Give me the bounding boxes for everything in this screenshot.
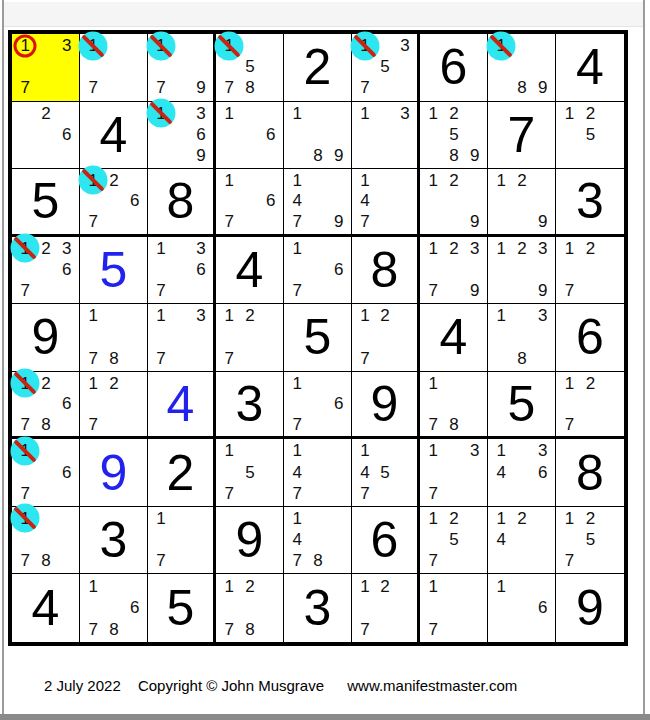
candidate-grid: 157 [219, 440, 281, 504]
cell-r6c1[interactable]: 12678 [12, 372, 80, 440]
candidate-grid: 17 [83, 35, 145, 99]
candidate-grid: 12589 [423, 103, 485, 167]
candidate-grid: 1478 [287, 508, 349, 572]
given-digit: 5 [508, 379, 536, 429]
cell-r5c3[interactable]: 137 [148, 304, 216, 372]
candidate-1-eliminated-highlight: 1 [355, 35, 375, 56]
cell-r4c3[interactable]: 1367 [148, 237, 216, 305]
candidate-7: 7 [423, 280, 444, 301]
candidate-7: 7 [287, 280, 308, 301]
candidate-1: 1 [423, 575, 444, 597]
candidate-2: 2 [580, 238, 601, 259]
candidate-2: 2 [512, 508, 533, 529]
given-digit: 5 [167, 583, 195, 633]
candidate-1: 1 [491, 575, 512, 597]
candidate-2: 2 [240, 305, 261, 326]
candidate-1: 1 [287, 508, 308, 529]
given-digit: 8 [371, 245, 399, 295]
cell-r8c1[interactable]: 178 [12, 507, 80, 575]
candidate-2: 2 [444, 508, 465, 529]
candidate-7: 7 [15, 414, 36, 435]
cell-r5c4[interactable]: 127 [216, 304, 284, 372]
given-digit: 6 [576, 312, 604, 362]
cell-r7c6[interactable]: 1457 [352, 439, 420, 507]
candidate-grid: 127 [559, 238, 622, 302]
candidate-2: 2 [104, 170, 125, 191]
candidate-grid: 17 [423, 575, 485, 640]
candidate-8: 8 [512, 77, 533, 98]
candidate-1: 1 [491, 305, 512, 326]
candidate-grid: 178 [423, 373, 485, 435]
candidate-5: 5 [375, 56, 395, 77]
candidate-6: 6 [328, 259, 349, 280]
candidate-4: 4 [491, 462, 512, 483]
candidate-grid: 124 [491, 508, 553, 572]
given-digit: 3 [304, 583, 332, 633]
candidate-7: 7 [15, 280, 36, 301]
candidate-1-eliminated-highlight: 1 [15, 238, 36, 259]
cell-r9c5[interactable]: 3 [284, 574, 352, 642]
cell-r4c4[interactable]: 4 [216, 237, 284, 305]
candidate-8: 8 [104, 348, 125, 369]
candidate-1-selected-ring: 1 [15, 35, 36, 56]
cell-r4c5[interactable]: 167 [284, 237, 352, 305]
candidate-7: 7 [83, 618, 104, 640]
candidate-9: 9 [532, 211, 553, 232]
cell-r1c7[interactable]: 6 [420, 34, 488, 102]
candidate-grid: 16 [219, 103, 281, 167]
cell-r3c7[interactable]: 129 [420, 169, 488, 237]
candidate-7: 7 [15, 77, 36, 98]
sudoku-grid: 1371717915782135761894264136916189131258… [8, 30, 628, 646]
candidate-7: 7 [559, 280, 580, 301]
candidate-1: 1 [219, 170, 240, 191]
given-digit: 5 [304, 312, 332, 362]
candidate-grid: 129 [491, 170, 553, 232]
cell-r2c9[interactable]: 125 [556, 102, 624, 170]
candidate-grid: 167 [287, 238, 349, 302]
candidate-grid: 137 [423, 440, 485, 504]
candidate-1: 1 [151, 305, 171, 326]
given-digit: 3 [236, 379, 264, 429]
cell-r2c6[interactable]: 13 [352, 102, 420, 170]
candidate-1: 1 [83, 575, 104, 597]
given-digit: 8 [167, 176, 195, 226]
cell-r1c6[interactable]: 1357 [352, 34, 420, 102]
candidate-1: 1 [355, 575, 375, 597]
candidate-9: 9 [464, 211, 485, 232]
candidate-3: 3 [56, 238, 77, 259]
cell-r5c9[interactable]: 6 [556, 304, 624, 372]
cell-r6c5[interactable]: 167 [284, 372, 352, 440]
candidate-6: 6 [191, 124, 211, 145]
cell-r8c5[interactable]: 1478 [284, 507, 352, 575]
candidate-1: 1 [423, 103, 444, 124]
given-digit: 9 [236, 515, 264, 565]
cell-r2c7[interactable]: 12589 [420, 102, 488, 170]
cell-r4c1[interactable]: 12367 [12, 237, 80, 305]
candidate-grid: 167 [15, 440, 77, 504]
cell-r8c9[interactable]: 1257 [556, 507, 624, 575]
cell-r9c2[interactable]: 1678 [80, 574, 148, 642]
candidate-2: 2 [512, 238, 533, 259]
cell-r5c6[interactable]: 127 [352, 304, 420, 372]
candidate-1-eliminated-highlight: 1 [15, 373, 36, 394]
candidate-3: 3 [56, 35, 77, 56]
candidate-4: 4 [355, 462, 375, 483]
candidate-6: 6 [328, 393, 349, 414]
candidate-7: 7 [219, 618, 240, 640]
candidate-7: 7 [83, 414, 104, 435]
footer-website-link[interactable]: www.manifestmaster.com [347, 677, 517, 694]
window-right-border [643, 0, 645, 714]
cell-r6c9[interactable]: 127 [556, 372, 624, 440]
candidate-1-eliminated-highlight: 1 [15, 508, 36, 529]
candidate-grid: 12367 [15, 238, 77, 302]
candidate-1-eliminated-highlight: 1 [151, 103, 171, 124]
cell-r4c6[interactable]: 8 [352, 237, 420, 305]
cell-r2c3[interactable]: 1369 [148, 102, 216, 170]
candidate-6: 6 [532, 462, 553, 483]
candidate-7: 7 [423, 618, 444, 640]
candidate-7: 7 [355, 618, 375, 640]
candidate-7: 7 [355, 348, 375, 369]
cell-r3c3[interactable]: 8 [148, 169, 216, 237]
candidate-1: 1 [219, 575, 240, 597]
cell-r7c4[interactable]: 157 [216, 439, 284, 507]
candidate-7: 7 [219, 348, 240, 369]
cell-r9c7[interactable]: 17 [420, 574, 488, 642]
candidate-1: 1 [287, 238, 308, 259]
candidate-grid: 1278 [219, 575, 281, 640]
footer: 2 July 2022 Copyright © John Musgrave ww… [44, 677, 517, 694]
cell-r8c8[interactable]: 124 [488, 507, 556, 575]
candidate-9: 9 [532, 280, 553, 301]
candidate-grid: 137 [151, 305, 211, 369]
candidate-1: 1 [423, 508, 444, 529]
candidate-grid: 1346 [491, 440, 553, 504]
candidate-7: 7 [355, 77, 375, 98]
candidate-grid: 167 [287, 373, 349, 435]
given-digit: 6 [371, 515, 399, 565]
given-digit: 9 [371, 379, 399, 429]
candidate-8: 8 [240, 77, 261, 98]
cell-r2c1[interactable]: 26 [12, 102, 80, 170]
candidate-1: 1 [355, 103, 375, 124]
cell-r6c4[interactable]: 3 [216, 372, 284, 440]
candidate-2: 2 [580, 103, 601, 124]
given-digit: 3 [100, 515, 128, 565]
cell-r8c6[interactable]: 6 [352, 507, 420, 575]
candidate-grid: 138 [491, 305, 553, 369]
cell-r3c2[interactable]: 1267 [80, 169, 148, 237]
candidate-6: 6 [56, 259, 77, 280]
cell-r7c7[interactable]: 137 [420, 439, 488, 507]
candidate-grid: 1678 [83, 575, 145, 640]
cell-r1c4[interactable]: 1578 [216, 34, 284, 102]
candidate-grid: 147 [355, 170, 415, 232]
cell-r7c1[interactable]: 167 [12, 439, 80, 507]
cell-r1c3[interactable]: 179 [148, 34, 216, 102]
candidate-3: 3 [191, 305, 211, 326]
cell-r4c9[interactable]: 127 [556, 237, 624, 305]
candidate-6: 6 [56, 462, 77, 483]
candidate-5: 5 [580, 529, 601, 550]
candidate-2: 2 [580, 373, 601, 394]
candidate-1-eliminated-highlight: 1 [219, 35, 240, 56]
candidate-grid: 189 [287, 103, 349, 167]
candidate-2: 2 [444, 238, 465, 259]
candidate-1: 1 [491, 170, 512, 191]
candidate-7: 7 [15, 483, 36, 504]
cell-r7c3[interactable]: 2 [148, 439, 216, 507]
candidate-8: 8 [308, 550, 329, 571]
cell-r8c2[interactable]: 3 [80, 507, 148, 575]
cell-r2c8[interactable]: 7 [488, 102, 556, 170]
candidate-1: 1 [559, 103, 580, 124]
candidate-6: 6 [191, 259, 211, 280]
candidate-5: 5 [444, 529, 465, 550]
cell-r6c7[interactable]: 178 [420, 372, 488, 440]
candidate-7: 7 [423, 414, 444, 435]
cell-r3c5[interactable]: 1479 [284, 169, 352, 237]
cell-r9c4[interactable]: 1278 [216, 574, 284, 642]
cell-r3c4[interactable]: 167 [216, 169, 284, 237]
window-bottom-band [0, 714, 650, 720]
given-digit: 9 [32, 312, 60, 362]
candidate-1: 1 [491, 238, 512, 259]
candidate-1: 1 [355, 440, 375, 461]
user-digit: 9 [100, 448, 128, 498]
candidate-7: 7 [83, 348, 104, 369]
given-digit: 7 [508, 110, 536, 160]
candidate-7: 7 [287, 414, 308, 435]
given-digit: 5 [32, 176, 60, 226]
candidate-5: 5 [580, 124, 601, 145]
cell-r9c8[interactable]: 16 [488, 574, 556, 642]
candidate-6: 6 [260, 191, 281, 212]
candidate-grid: 125 [559, 103, 622, 167]
cell-r9c3[interactable]: 5 [148, 574, 216, 642]
candidate-1: 1 [491, 440, 512, 461]
candidate-grid: 1267 [83, 170, 145, 232]
cell-r2c2[interactable]: 4 [80, 102, 148, 170]
candidate-7: 7 [287, 211, 308, 232]
candidate-grid: 137 [15, 35, 77, 99]
cell-r1c2[interactable]: 17 [80, 34, 148, 102]
candidate-grid: 1578 [219, 35, 281, 99]
given-digit: 8 [576, 448, 604, 498]
candidate-7: 7 [559, 550, 580, 571]
cell-r8c4[interactable]: 9 [216, 507, 284, 575]
candidate-grid: 129 [423, 170, 485, 232]
cell-r9c1[interactable]: 4 [12, 574, 80, 642]
candidate-grid: 1239 [491, 238, 553, 302]
candidate-2: 2 [240, 575, 261, 597]
cell-r8c7[interactable]: 1257 [420, 507, 488, 575]
candidate-1: 1 [355, 305, 375, 326]
candidate-1: 1 [83, 373, 104, 394]
candidate-9: 9 [532, 77, 553, 98]
candidate-9: 9 [191, 77, 211, 98]
cell-r4c7[interactable]: 12379 [420, 237, 488, 305]
candidate-2: 2 [36, 238, 57, 259]
given-digit: 4 [32, 583, 60, 633]
candidate-3: 3 [191, 238, 211, 259]
cell-r7c9[interactable]: 8 [556, 439, 624, 507]
candidate-2: 2 [444, 170, 465, 191]
cell-r3c6[interactable]: 147 [352, 169, 420, 237]
cell-r6c6[interactable]: 9 [352, 372, 420, 440]
candidate-7: 7 [83, 77, 104, 98]
window-left-border [2, 0, 4, 714]
candidate-8: 8 [444, 145, 465, 166]
cell-r1c9[interactable]: 4 [556, 34, 624, 102]
cell-r5c7[interactable]: 4 [420, 304, 488, 372]
candidate-7: 7 [355, 211, 375, 232]
candidate-grid: 127 [559, 373, 622, 435]
candidate-2: 2 [580, 508, 601, 529]
cell-r1c8[interactable]: 189 [488, 34, 556, 102]
candidate-7: 7 [559, 414, 580, 435]
candidate-8: 8 [36, 550, 57, 571]
candidate-1: 1 [287, 103, 308, 124]
candidate-6: 6 [124, 191, 145, 212]
candidate-8: 8 [308, 145, 329, 166]
candidate-1: 1 [559, 373, 580, 394]
candidate-7: 7 [219, 483, 240, 504]
candidate-1-eliminated-highlight: 1 [15, 440, 36, 461]
candidate-grid: 127 [83, 373, 145, 435]
candidate-9: 9 [464, 280, 485, 301]
candidate-8: 8 [36, 414, 57, 435]
candidate-7: 7 [423, 550, 444, 571]
candidate-2: 2 [36, 373, 57, 394]
user-digit: 5 [100, 245, 128, 295]
cell-r4c8[interactable]: 1239 [488, 237, 556, 305]
candidate-5: 5 [375, 462, 395, 483]
candidate-9: 9 [328, 211, 349, 232]
candidate-8: 8 [512, 348, 533, 369]
candidate-1: 1 [219, 305, 240, 326]
candidate-grid: 147 [287, 440, 349, 504]
cell-r5c2[interactable]: 178 [80, 304, 148, 372]
candidate-7: 7 [151, 348, 171, 369]
candidate-grid: 127 [219, 305, 281, 369]
candidate-7: 7 [423, 483, 444, 504]
candidate-7: 7 [287, 550, 308, 571]
candidate-8: 8 [240, 618, 261, 640]
candidate-3: 3 [464, 238, 485, 259]
candidate-grid: 17 [151, 508, 211, 572]
candidate-7: 7 [83, 211, 104, 232]
given-digit: 6 [440, 42, 468, 92]
candidate-1-eliminated-highlight: 1 [83, 170, 104, 191]
cell-r3c8[interactable]: 129 [488, 169, 556, 237]
candidate-1: 1 [151, 238, 171, 259]
cell-r2c4[interactable]: 16 [216, 102, 284, 170]
candidate-7: 7 [287, 483, 308, 504]
cell-r6c2[interactable]: 127 [80, 372, 148, 440]
cell-r9c6[interactable]: 127 [352, 574, 420, 642]
candidate-1: 1 [151, 508, 171, 529]
candidate-5: 5 [240, 56, 261, 77]
candidate-grid: 127 [355, 305, 415, 369]
candidate-1: 1 [83, 305, 104, 326]
candidate-7: 7 [15, 550, 36, 571]
candidate-2: 2 [512, 170, 533, 191]
candidate-7: 7 [219, 77, 240, 98]
candidate-grid: 178 [15, 508, 77, 572]
cell-r6c8[interactable]: 5 [488, 372, 556, 440]
cell-r6c3[interactable]: 4 [148, 372, 216, 440]
candidate-3: 3 [532, 238, 553, 259]
candidate-3: 3 [191, 103, 211, 124]
cell-r3c9[interactable]: 3 [556, 169, 624, 237]
candidate-7: 7 [151, 77, 171, 98]
cell-r1c5[interactable]: 2 [284, 34, 352, 102]
candidate-6: 6 [56, 124, 77, 145]
candidate-1: 1 [559, 238, 580, 259]
candidate-2: 2 [375, 575, 395, 597]
candidate-1: 1 [423, 373, 444, 394]
cell-r3c1[interactable]: 5 [12, 169, 80, 237]
given-digit: 4 [100, 110, 128, 160]
candidate-4: 4 [491, 529, 512, 550]
cell-r5c8[interactable]: 138 [488, 304, 556, 372]
candidate-6: 6 [260, 124, 281, 145]
candidate-1: 1 [423, 238, 444, 259]
candidate-2: 2 [444, 103, 465, 124]
candidate-4: 4 [287, 191, 308, 212]
cell-r1c1[interactable]: 137 [12, 34, 80, 102]
candidate-3: 3 [532, 305, 553, 326]
candidate-7: 7 [219, 211, 240, 232]
candidate-grid: 1357 [355, 35, 415, 99]
candidate-4: 4 [287, 462, 308, 483]
given-digit: 4 [236, 245, 264, 295]
given-digit: 4 [576, 42, 604, 92]
candidate-3: 3 [395, 103, 415, 124]
cell-r7c2[interactable]: 9 [80, 439, 148, 507]
given-digit: 2 [167, 448, 195, 498]
candidate-grid: 1257 [559, 508, 622, 572]
candidate-6: 6 [56, 393, 77, 414]
candidate-3: 3 [532, 440, 553, 461]
candidate-8: 8 [444, 414, 465, 435]
candidate-grid: 1257 [423, 508, 485, 572]
candidate-1: 1 [287, 440, 308, 461]
candidate-7: 7 [355, 483, 375, 504]
cell-r2c5[interactable]: 189 [284, 102, 352, 170]
candidate-5: 5 [240, 462, 261, 483]
candidate-grid: 13 [355, 103, 415, 167]
cell-r5c1[interactable]: 9 [12, 304, 80, 372]
candidate-6: 6 [532, 597, 553, 619]
footer-date: 2 July 2022 [44, 677, 121, 694]
cell-r7c5[interactable]: 147 [284, 439, 352, 507]
cell-r5c5[interactable]: 5 [284, 304, 352, 372]
candidate-3: 3 [395, 35, 415, 56]
candidate-grid: 16 [491, 575, 553, 640]
candidate-1: 1 [491, 508, 512, 529]
cell-r4c2[interactable]: 5 [80, 237, 148, 305]
cell-r7c8[interactable]: 1346 [488, 439, 556, 507]
cell-r9c9[interactable]: 9 [556, 574, 624, 642]
cell-r8c3[interactable]: 17 [148, 507, 216, 575]
candidate-3: 3 [464, 440, 485, 461]
candidate-grid: 1369 [151, 103, 211, 167]
